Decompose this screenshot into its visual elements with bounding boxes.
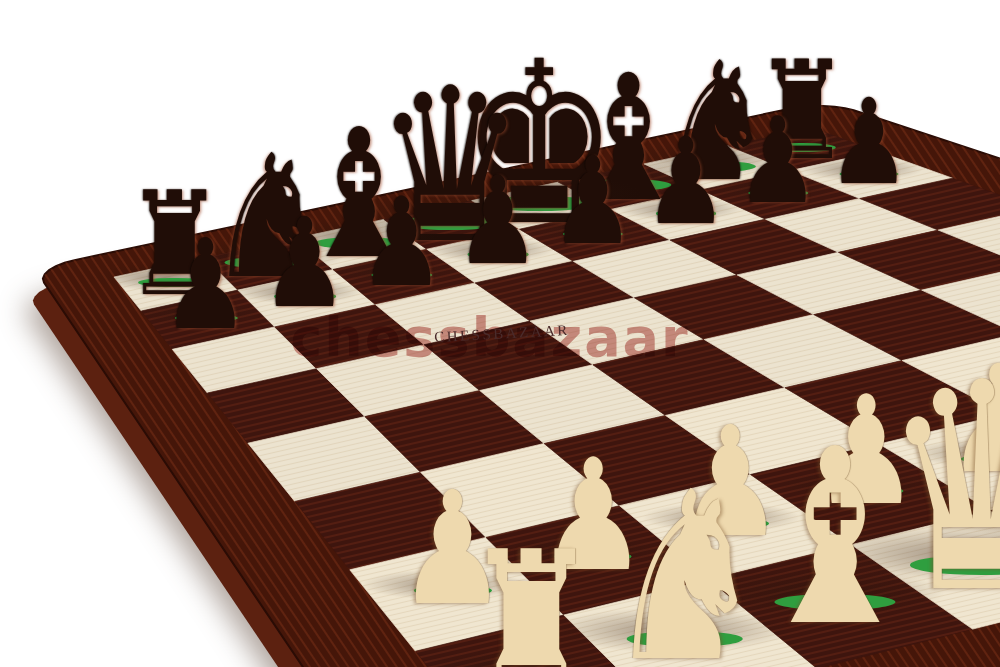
chess-board [0,0,1000,667]
chess-set-photo: chessbazaar CHESSBAZAAR ♜♞♝♛♚♝♞♜♟♟♟♟♟♟♟♟… [0,0,1000,667]
